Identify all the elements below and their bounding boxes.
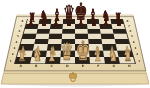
file-label-d: D <box>66 66 69 69</box>
square-a1 <box>15 57 31 64</box>
file-label-c: C <box>51 66 53 69</box>
square-e1 <box>75 57 90 64</box>
square-g1 <box>104 57 120 64</box>
rank-label-right-7: 7 <box>128 24 130 27</box>
file-label-e: E <box>82 66 84 69</box>
file-label-h: H <box>128 66 131 69</box>
rank-label-right-4: 4 <box>133 40 135 43</box>
rank-label-right-8: 8 <box>127 20 129 23</box>
square-d1 <box>60 57 75 64</box>
file-label-g: G <box>112 66 115 69</box>
rank-label-right-5: 5 <box>131 35 133 38</box>
square-f1 <box>89 57 104 64</box>
rank-label-right-1: 1 <box>138 59 140 62</box>
square-c1 <box>45 57 60 64</box>
rank-label-left-5: 5 <box>17 35 19 38</box>
rank-label-left-6: 6 <box>19 29 21 32</box>
rank-label-left-3: 3 <box>14 46 16 49</box>
square-b1 <box>30 57 46 64</box>
file-label-f: F <box>97 66 99 69</box>
chess-board-grid <box>14 19 136 64</box>
product-photo-chess-set: ♜♞♝♛♚♝♞♜♟♟♟♟♟♟♟♟♟♟♟♟♟♟♟♟♜♞♝♛♚♝♞♜ ABCDEFG… <box>0 0 150 88</box>
file-label-b: B <box>35 66 37 69</box>
rank-label-left-1: 1 <box>10 59 12 62</box>
file-label-a: A <box>19 66 21 69</box>
rank-label-left-2: 2 <box>12 52 14 55</box>
rank-label-left-8: 8 <box>21 20 23 23</box>
rank-label-left-7: 7 <box>20 24 22 27</box>
square-h1 <box>118 57 134 64</box>
rank-label-left-4: 4 <box>15 40 17 43</box>
rank-label-right-2: 2 <box>136 52 138 55</box>
rank-label-right-3: 3 <box>134 46 136 49</box>
rank-label-right-6: 6 <box>129 29 131 32</box>
